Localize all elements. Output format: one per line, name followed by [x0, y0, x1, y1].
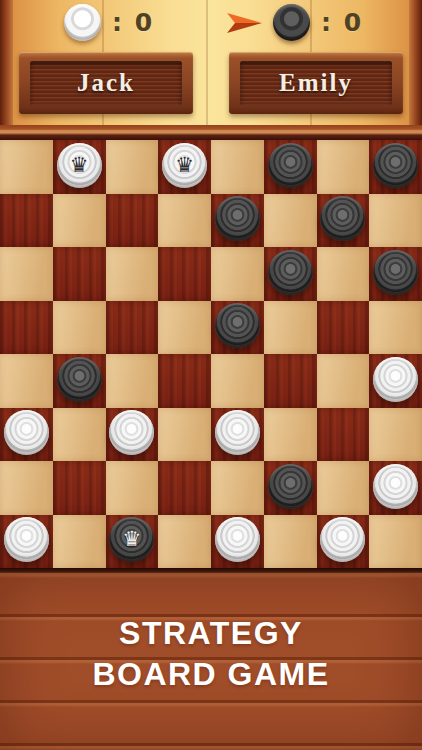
- square-r2c4: [158, 194, 211, 248]
- white-piece[interactable]: [215, 517, 260, 562]
- square-r5c5: [211, 354, 264, 408]
- black-piece[interactable]: [373, 250, 418, 295]
- square-r5c6[interactable]: [264, 354, 317, 408]
- square-r8c7[interactable]: [317, 515, 370, 569]
- white-piece[interactable]: [215, 410, 260, 455]
- player-name-right: Emily: [279, 69, 353, 97]
- square-r7c2[interactable]: [53, 461, 106, 515]
- square-r7c7: [317, 461, 370, 515]
- promo-banner: ♞ ♣ STRATEGY BOARD GAME: [0, 574, 422, 750]
- player-plaque-left[interactable]: Jack: [19, 52, 193, 114]
- square-r2c7[interactable]: [317, 194, 370, 248]
- black-piece[interactable]: [215, 196, 260, 241]
- white-piece[interactable]: [373, 464, 418, 509]
- player-plaque-right-panel: Emily: [240, 61, 392, 105]
- banner-line-2: BOARD GAME: [0, 654, 422, 695]
- square-r8c6: [264, 515, 317, 569]
- square-r3c6[interactable]: [264, 247, 317, 301]
- square-r5c7: [317, 354, 370, 408]
- black-piece[interactable]: [268, 143, 313, 188]
- square-r2c3[interactable]: [106, 194, 159, 248]
- square-r1c3: [106, 140, 159, 194]
- board-top-frame: [0, 125, 422, 140]
- checkers-app-screen: : 0 : 0 Jack Emily ♛♛♛: [0, 0, 422, 750]
- square-r5c2[interactable]: [53, 354, 106, 408]
- square-r8c3[interactable]: ♛: [106, 515, 159, 569]
- white-score-group: : 0: [64, 4, 154, 41]
- white-checker-icon: [64, 4, 101, 41]
- square-r1c6[interactable]: [264, 140, 317, 194]
- white-piece[interactable]: [373, 357, 418, 402]
- player-plaque-right[interactable]: Emily: [229, 52, 403, 114]
- turn-arrow-icon: [226, 8, 264, 38]
- square-r1c5: [211, 140, 264, 194]
- king-crown-icon: ♛: [122, 529, 141, 550]
- black-piece[interactable]: [57, 357, 102, 402]
- square-r5c8[interactable]: [369, 354, 422, 408]
- square-r6c3[interactable]: [106, 408, 159, 462]
- white-piece[interactable]: [320, 517, 365, 562]
- black-king-piece[interactable]: ♛: [109, 517, 154, 562]
- square-r4c7[interactable]: [317, 301, 370, 355]
- top-wood-panel: : 0 : 0 Jack Emily: [0, 0, 422, 125]
- square-r6c1[interactable]: [0, 408, 53, 462]
- banner-text: STRATEGY BOARD GAME: [0, 613, 422, 695]
- square-r5c3: [106, 354, 159, 408]
- square-r5c4[interactable]: [158, 354, 211, 408]
- square-r2c5[interactable]: [211, 194, 264, 248]
- square-r4c3[interactable]: [106, 301, 159, 355]
- square-r1c7: [317, 140, 370, 194]
- square-r7c3: [106, 461, 159, 515]
- square-r7c4[interactable]: [158, 461, 211, 515]
- white-piece[interactable]: [109, 410, 154, 455]
- square-r1c4[interactable]: ♛: [158, 140, 211, 194]
- king-crown-icon: ♛: [175, 155, 194, 176]
- square-r6c7[interactable]: [317, 408, 370, 462]
- black-score: : 0: [321, 8, 363, 37]
- white-king-piece[interactable]: ♛: [162, 143, 207, 188]
- square-r7c6[interactable]: [264, 461, 317, 515]
- square-r1c8[interactable]: [369, 140, 422, 194]
- square-r3c1: [0, 247, 53, 301]
- square-r4c4: [158, 301, 211, 355]
- black-piece[interactable]: [268, 464, 313, 509]
- square-r2c6: [264, 194, 317, 248]
- white-score: : 0: [112, 8, 154, 37]
- square-r3c3: [106, 247, 159, 301]
- black-piece[interactable]: [320, 196, 365, 241]
- square-r7c1: [0, 461, 53, 515]
- square-r1c1: [0, 140, 53, 194]
- square-r4c2: [53, 301, 106, 355]
- square-r6c4: [158, 408, 211, 462]
- square-r6c8: [369, 408, 422, 462]
- square-r8c4: [158, 515, 211, 569]
- square-r2c8: [369, 194, 422, 248]
- square-r1c2[interactable]: ♛: [53, 140, 106, 194]
- square-r5c1: [0, 354, 53, 408]
- black-piece[interactable]: [215, 303, 260, 348]
- black-piece[interactable]: [373, 143, 418, 188]
- square-r6c6: [264, 408, 317, 462]
- white-piece[interactable]: [4, 517, 49, 562]
- banner-line-1: STRATEGY: [0, 613, 422, 654]
- square-r3c8[interactable]: [369, 247, 422, 301]
- player-plaque-left-panel: Jack: [30, 61, 182, 105]
- square-r2c1[interactable]: [0, 194, 53, 248]
- square-r8c1[interactable]: [0, 515, 53, 569]
- white-piece[interactable]: [4, 410, 49, 455]
- square-r6c5[interactable]: [211, 408, 264, 462]
- square-r2c2: [53, 194, 106, 248]
- player-name-left: Jack: [77, 69, 135, 97]
- square-r6c2: [53, 408, 106, 462]
- square-r4c8: [369, 301, 422, 355]
- square-r3c2[interactable]: [53, 247, 106, 301]
- square-r4c6: [264, 301, 317, 355]
- black-checker-icon: [273, 4, 310, 41]
- square-r4c5[interactable]: [211, 301, 264, 355]
- square-r8c2: [53, 515, 106, 569]
- square-r3c4[interactable]: [158, 247, 211, 301]
- white-king-piece[interactable]: ♛: [57, 143, 102, 188]
- square-r8c8: [369, 515, 422, 569]
- square-r7c8[interactable]: [369, 461, 422, 515]
- square-r4c1[interactable]: [0, 301, 53, 355]
- player-plaques: Jack Emily: [0, 52, 422, 114]
- square-r7c5: [211, 461, 264, 515]
- black-score-group: : 0: [226, 4, 363, 41]
- king-crown-icon: ♛: [70, 155, 89, 176]
- board: ♛♛♛: [0, 140, 422, 568]
- black-piece[interactable]: [268, 250, 313, 295]
- square-r3c5: [211, 247, 264, 301]
- square-r8c5[interactable]: [211, 515, 264, 569]
- square-r3c7: [317, 247, 370, 301]
